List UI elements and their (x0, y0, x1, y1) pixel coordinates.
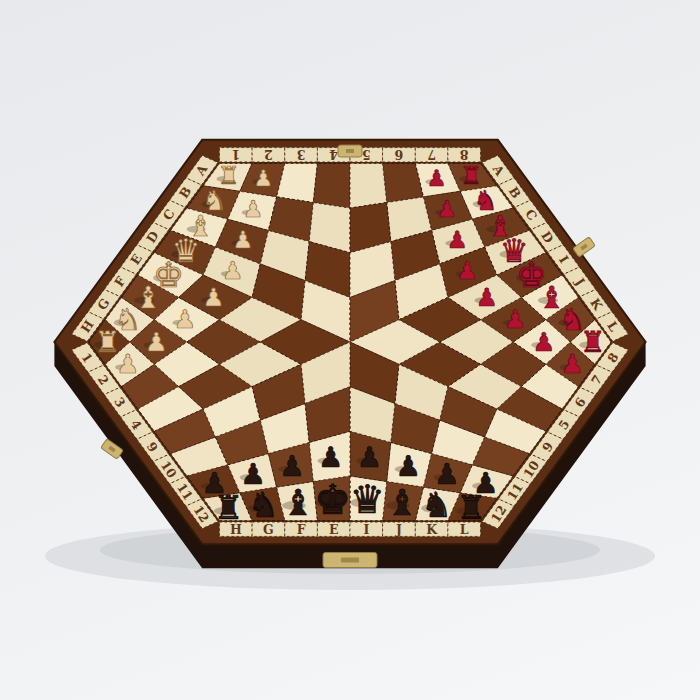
piece-red-pawn-A7[interactable]: ♟ (427, 165, 447, 191)
piece-white-pawn-B2[interactable]: ♟ (243, 196, 264, 222)
edge-label-top-7: 7 (427, 147, 436, 162)
three-player-chess-board: 12345678ABCDEFGH12349101112HGFEIJKL87659… (0, 0, 700, 700)
piece-black-king-E12[interactable]: ♚ (314, 476, 351, 524)
piece-white-pawn-E2[interactable]: ♟ (202, 283, 224, 312)
piece-black-rook-L12[interactable]: ♜ (457, 489, 486, 527)
piece-black-bishop-J12[interactable]: ♝ (386, 482, 418, 523)
piece-black-pawn-F11[interactable]: ♟ (279, 450, 304, 483)
piece-black-knight-G12[interactable]: ♞ (248, 485, 279, 525)
piece-black-bishop-F12[interactable]: ♝ (282, 482, 314, 523)
edge-label-bottom-F: F (297, 522, 306, 537)
piece-black-pawn-J11[interactable]: ♟ (395, 450, 420, 483)
piece-black-pawn-E11[interactable]: ♟ (318, 441, 343, 474)
brass-clasp-top (338, 145, 362, 157)
piece-red-pawn-L7[interactable]: ♟ (560, 349, 584, 379)
edge-label-bottom-E: E (329, 522, 339, 537)
piece-red-pawn-I7[interactable]: ♟ (475, 283, 497, 312)
piece-black-pawn-I11[interactable]: ♟ (357, 441, 382, 474)
edge-label-top-3: 3 (297, 147, 306, 162)
piece-red-pawn-B7[interactable]: ♟ (436, 196, 457, 222)
photo-background: 12345678ABCDEFGH12349101112HGFEIJKL87659… (0, 0, 700, 700)
cell-A5[interactable] (350, 163, 387, 208)
edge-label-top-5: 5 (362, 147, 371, 162)
piece-white-pawn-D2[interactable]: ♟ (222, 256, 244, 285)
piece-white-pawn-A2[interactable]: ♟ (253, 165, 273, 191)
piece-black-rook-H12[interactable]: ♜ (214, 489, 243, 527)
piece-white-pawn-G2[interactable]: ♟ (145, 327, 168, 357)
piece-red-pawn-J7[interactable]: ♟ (504, 304, 527, 334)
piece-white-pawn-F2[interactable]: ♟ (173, 304, 196, 334)
edge-label-bottom-I: I (363, 522, 369, 537)
edge-label-bottom-J: J (395, 522, 402, 537)
edge-label-top-4: 4 (329, 147, 338, 162)
piece-black-queen-I12[interactable]: ♛ (350, 477, 385, 522)
edge-label-top-2: 2 (264, 147, 273, 162)
piece-red-pawn-K7[interactable]: ♟ (532, 327, 555, 357)
piece-red-pawn-C7[interactable]: ♟ (446, 226, 467, 254)
brass-clasp-bottom-slot (341, 558, 359, 563)
piece-white-pawn-C2[interactable]: ♟ (232, 226, 253, 254)
piece-black-knight-K12[interactable]: ♞ (421, 485, 452, 525)
brass-clasp-top-slot (346, 149, 354, 153)
piece-white-pawn-H2[interactable]: ♟ (116, 349, 140, 379)
edge-label-top-6: 6 (394, 147, 403, 162)
brass-clasp-bottom (323, 553, 377, 568)
cell-A4[interactable] (313, 163, 350, 208)
edge-label-top-1: 1 (231, 147, 240, 162)
piece-red-pawn-D7[interactable]: ♟ (456, 256, 478, 285)
edge-label-top-8: 8 (460, 147, 469, 162)
